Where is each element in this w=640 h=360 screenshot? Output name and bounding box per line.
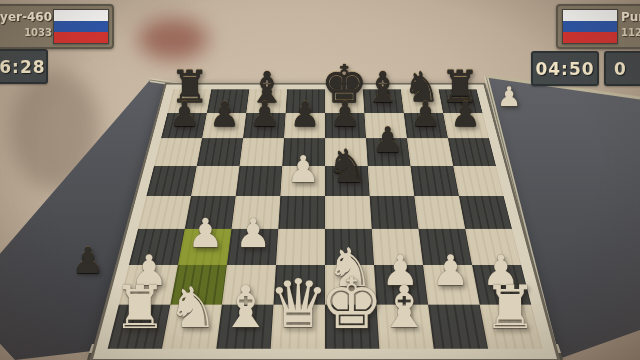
player-right-rating: 112 bbox=[621, 27, 640, 38]
player-left-rating: 1033 bbox=[24, 27, 52, 38]
black-knight-e5[interactable]: ♞ bbox=[326, 143, 367, 189]
russia-flag bbox=[562, 9, 618, 44]
white-rook-a1[interactable]: ♜ bbox=[113, 277, 167, 337]
square-d3[interactable] bbox=[276, 229, 325, 265]
white-bishop-f1[interactable]: ♝ bbox=[378, 279, 430, 337]
white-pawn-b3[interactable]: ♟ bbox=[187, 214, 223, 254]
square-g4[interactable] bbox=[414, 196, 465, 229]
white-pawn-c3[interactable]: ♟ bbox=[235, 214, 271, 254]
black-pawn-h7[interactable]: ♟ bbox=[450, 97, 480, 131]
black-pawn-e7[interactable]: ♟ bbox=[330, 97, 360, 131]
player-right-name: Puri bbox=[621, 10, 640, 24]
square-a5[interactable] bbox=[146, 166, 196, 196]
square-c5[interactable] bbox=[236, 166, 283, 196]
black-pawn-a7[interactable]: ♟ bbox=[169, 97, 199, 131]
square-h5[interactable] bbox=[453, 166, 503, 196]
player-right-clock2: 0 bbox=[604, 51, 640, 86]
square-a4[interactable] bbox=[138, 196, 191, 229]
square-f5[interactable] bbox=[368, 166, 415, 196]
clock-digits: 0 bbox=[614, 58, 627, 78]
square-c6[interactable] bbox=[240, 138, 284, 166]
russia-flag bbox=[53, 9, 109, 44]
player-panel-left: Player-460 1033 bbox=[0, 4, 114, 49]
game-scene: ♜♞♝♛♚♝♜♟♞♟♟♟♟♟♟♞♟♟♟♟♟♟♟♟♜♝♚♝♞♜ ♟♟ Player… bbox=[0, 0, 640, 360]
white-pawn-g2[interactable]: ♟ bbox=[432, 250, 470, 292]
clock-digits: 06:28 bbox=[0, 56, 46, 76]
captured-white-pawn: ♟ bbox=[497, 83, 521, 110]
square-h4[interactable] bbox=[459, 196, 512, 229]
background-blur-red bbox=[138, 18, 208, 60]
square-b6[interactable] bbox=[197, 138, 243, 166]
square-f4[interactable] bbox=[370, 196, 419, 229]
player-panel-right: Puri 112 bbox=[556, 4, 640, 49]
black-pawn-g7[interactable]: ♟ bbox=[410, 97, 440, 131]
square-e4[interactable] bbox=[325, 196, 372, 229]
square-g5[interactable] bbox=[410, 166, 458, 196]
player-right-clock: 04:50 bbox=[531, 51, 599, 86]
black-pawn-b7[interactable]: ♟ bbox=[209, 97, 239, 131]
player-left-clock: 06:28 bbox=[0, 49, 48, 84]
captured-black-pawn: ♟ bbox=[72, 243, 104, 279]
square-h6[interactable] bbox=[448, 138, 496, 166]
square-b5[interactable] bbox=[191, 166, 239, 196]
black-pawn-d7[interactable]: ♟ bbox=[290, 97, 320, 131]
background-blur-right bbox=[585, 120, 640, 280]
black-bishop-f8[interactable]: ♝ bbox=[364, 66, 402, 108]
clock-digits: 04:50 bbox=[535, 58, 594, 78]
white-knight-b1[interactable]: ♞ bbox=[168, 280, 218, 336]
square-d4[interactable] bbox=[278, 196, 325, 229]
white-rook-h1[interactable]: ♜ bbox=[483, 277, 537, 337]
player-left-name: Player-460 bbox=[0, 10, 52, 24]
square-a6[interactable] bbox=[154, 138, 202, 166]
square-g1[interactable] bbox=[428, 305, 488, 349]
white-king-e1[interactable]: ♚ bbox=[320, 268, 384, 339]
square-g6[interactable] bbox=[407, 138, 453, 166]
white-bishop-c1[interactable]: ♝ bbox=[220, 279, 272, 337]
white-pawn-d5[interactable]: ♟ bbox=[287, 150, 320, 187]
black-pawn-c7[interactable]: ♟ bbox=[250, 97, 280, 131]
black-pawn-f6[interactable]: ♟ bbox=[372, 123, 403, 158]
background-blur-left bbox=[10, 70, 100, 190]
